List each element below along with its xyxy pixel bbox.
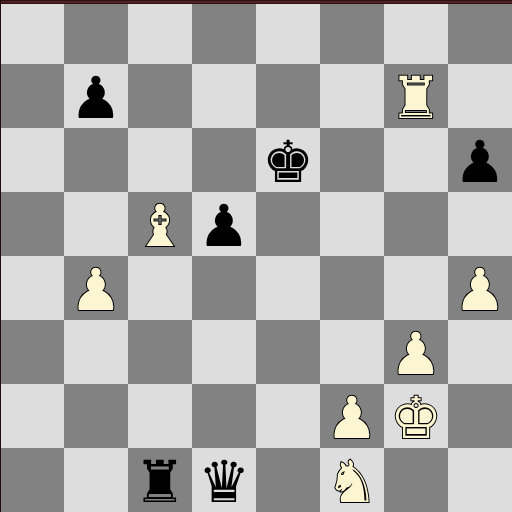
square-g6[interactable] (384, 128, 448, 192)
square-g4[interactable] (384, 256, 448, 320)
piece-white-pawn[interactable]: ♟ (390, 321, 442, 383)
square-h3[interactable] (448, 320, 512, 384)
piece-black-rook[interactable]: ♜ (134, 449, 186, 511)
piece-white-pawn[interactable]: ♟ (70, 257, 122, 319)
square-d4[interactable] (192, 256, 256, 320)
square-c1[interactable]: ♜ (128, 448, 192, 512)
square-h7[interactable] (448, 64, 512, 128)
square-d5[interactable]: ♟ (192, 192, 256, 256)
square-f3[interactable] (320, 320, 384, 384)
piece-white-knight[interactable]: ♞ (326, 449, 378, 511)
square-c2[interactable] (128, 384, 192, 448)
square-e1[interactable] (256, 448, 320, 512)
square-h2[interactable] (448, 384, 512, 448)
square-c5[interactable]: ♝ (128, 192, 192, 256)
square-a7[interactable] (0, 64, 64, 128)
square-h6[interactable]: ♟ (448, 128, 512, 192)
square-b6[interactable] (64, 128, 128, 192)
square-c8[interactable] (128, 0, 192, 64)
piece-white-pawn[interactable]: ♟ (326, 385, 378, 447)
square-b5[interactable] (64, 192, 128, 256)
square-a2[interactable] (0, 384, 64, 448)
piece-black-king[interactable]: ♚ (262, 129, 314, 191)
square-a4[interactable] (0, 256, 64, 320)
square-g5[interactable] (384, 192, 448, 256)
chess-board: ♟♜♚♟♝♟♟♟♟♟♚♜♛♞ (0, 0, 512, 512)
square-d2[interactable] (192, 384, 256, 448)
square-a5[interactable] (0, 192, 64, 256)
square-a6[interactable] (0, 128, 64, 192)
square-e2[interactable] (256, 384, 320, 448)
square-e7[interactable] (256, 64, 320, 128)
square-g1[interactable] (384, 448, 448, 512)
square-f8[interactable] (320, 0, 384, 64)
square-a1[interactable] (0, 448, 64, 512)
square-b2[interactable] (64, 384, 128, 448)
square-h5[interactable] (448, 192, 512, 256)
square-b1[interactable] (64, 448, 128, 512)
piece-black-pawn[interactable]: ♟ (198, 193, 250, 255)
square-e4[interactable] (256, 256, 320, 320)
square-f4[interactable] (320, 256, 384, 320)
square-e8[interactable] (256, 0, 320, 64)
square-g7[interactable]: ♜ (384, 64, 448, 128)
square-h1[interactable] (448, 448, 512, 512)
square-b8[interactable] (64, 0, 128, 64)
square-c7[interactable] (128, 64, 192, 128)
square-h4[interactable]: ♟ (448, 256, 512, 320)
square-g2[interactable]: ♚ (384, 384, 448, 448)
square-d6[interactable] (192, 128, 256, 192)
square-f6[interactable] (320, 128, 384, 192)
square-d7[interactable] (192, 64, 256, 128)
square-d3[interactable] (192, 320, 256, 384)
piece-black-pawn[interactable]: ♟ (454, 129, 506, 191)
square-a8[interactable] (0, 0, 64, 64)
square-e6[interactable]: ♚ (256, 128, 320, 192)
square-f1[interactable]: ♞ (320, 448, 384, 512)
piece-black-pawn[interactable]: ♟ (70, 65, 122, 127)
square-f5[interactable] (320, 192, 384, 256)
piece-white-bishop[interactable]: ♝ (134, 193, 186, 255)
square-c6[interactable] (128, 128, 192, 192)
square-e5[interactable] (256, 192, 320, 256)
square-h8[interactable] (448, 0, 512, 64)
piece-white-king[interactable]: ♚ (390, 385, 442, 447)
square-e3[interactable] (256, 320, 320, 384)
square-c3[interactable] (128, 320, 192, 384)
square-b7[interactable]: ♟ (64, 64, 128, 128)
square-d1[interactable]: ♛ (192, 448, 256, 512)
piece-black-queen[interactable]: ♛ (198, 449, 250, 511)
square-g3[interactable]: ♟ (384, 320, 448, 384)
square-f7[interactable] (320, 64, 384, 128)
square-f2[interactable]: ♟ (320, 384, 384, 448)
square-b4[interactable]: ♟ (64, 256, 128, 320)
piece-white-pawn[interactable]: ♟ (454, 257, 506, 319)
piece-white-rook[interactable]: ♜ (390, 65, 442, 127)
square-a3[interactable] (0, 320, 64, 384)
chess-board-stage: ♟♜♚♟♝♟♟♟♟♟♚♜♛♞ (0, 0, 512, 512)
square-c4[interactable] (128, 256, 192, 320)
square-d8[interactable] (192, 0, 256, 64)
square-b3[interactable] (64, 320, 128, 384)
square-g8[interactable] (384, 0, 448, 64)
